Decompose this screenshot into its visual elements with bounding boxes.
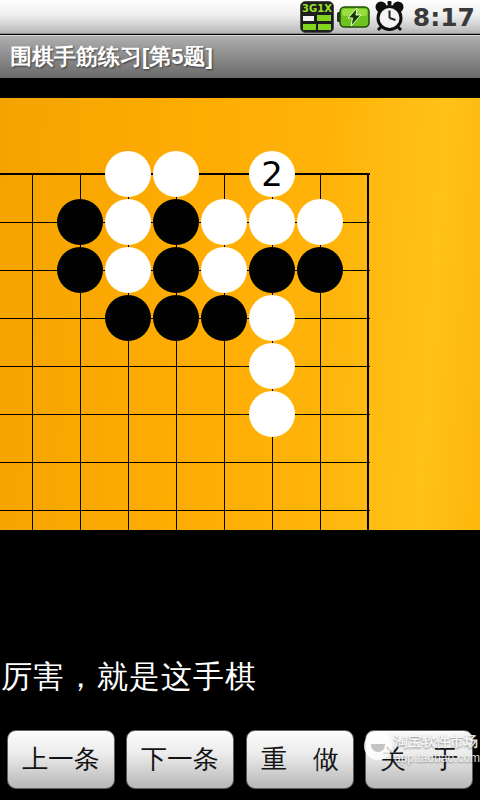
black-stone (153, 295, 199, 341)
status-bar[interactable]: 3G1X 8 (0, 0, 480, 34)
grid-line-horizontal (0, 462, 370, 463)
battery-charging-icon (337, 5, 370, 29)
app-screen: 3G1X 8 (0, 0, 480, 800)
white-stone (201, 247, 247, 293)
hint-text: 厉害，就是这手棋 (1, 656, 257, 698)
white-stone (249, 199, 295, 245)
black-stone (153, 247, 199, 293)
black-stone (153, 199, 199, 245)
white-stone (153, 151, 199, 197)
grid-line-horizontal (0, 366, 370, 367)
previous-problem-button[interactable]: 上一条 (7, 730, 115, 789)
status-icons: 3G1X 8 (300, 0, 475, 34)
black-stone (57, 199, 103, 245)
next-problem-button[interactable]: 下一条 (126, 730, 234, 789)
page-title: 围棋手筋练习[第5题] (10, 42, 213, 72)
move-number-label: 2 (261, 157, 283, 191)
alarm-clock-icon (373, 0, 406, 34)
redo-button[interactable]: 重 做 (246, 730, 354, 789)
grid-line-vertical (32, 174, 33, 530)
white-stone (105, 199, 151, 245)
go-board[interactable]: 2 (0, 98, 480, 530)
title-bar: 围棋手筋练习[第5题] (0, 35, 480, 78)
white-stone (297, 199, 343, 245)
black-stone (249, 247, 295, 293)
black-stone (57, 247, 103, 293)
white-stone (201, 199, 247, 245)
grid-line-vertical (367, 174, 369, 530)
signal-3g1x-icon: 3G1X (300, 1, 334, 33)
white-stone (105, 151, 151, 197)
black-stone (201, 295, 247, 341)
black-stone (297, 247, 343, 293)
white-stone (249, 343, 295, 389)
white-stone-move-2: 2 (249, 151, 295, 197)
black-stone (105, 295, 151, 341)
grid-line-horizontal (0, 510, 370, 511)
grid-line-horizontal (0, 414, 370, 415)
white-stone (249, 391, 295, 437)
status-clock: 8:17 (413, 3, 475, 32)
white-stone (249, 295, 295, 341)
about-button[interactable]: 关 于 (365, 730, 473, 789)
svg-text:3G1X: 3G1X (302, 3, 332, 14)
white-stone (105, 247, 151, 293)
